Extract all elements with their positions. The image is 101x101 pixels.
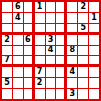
cell-r7c6[interactable] — [56, 67, 66, 77]
cell-r6c4[interactable] — [35, 56, 45, 66]
given-digit: 2 — [80, 3, 86, 11]
cell-r1c5[interactable] — [46, 2, 56, 12]
cell-r6c8[interactable] — [78, 56, 88, 66]
cell-r8c7[interactable] — [67, 78, 77, 88]
cell-r7c4[interactable]: 7 — [35, 67, 45, 77]
cell-r6c5[interactable] — [46, 56, 56, 66]
cell-r7c9[interactable] — [89, 67, 99, 77]
cell-r7c7[interactable]: 4 — [67, 67, 77, 77]
cell-r9c7[interactable]: 3 — [67, 89, 77, 99]
cell-r9c6[interactable] — [56, 89, 66, 99]
given-digit: 1 — [37, 3, 43, 11]
given-digit: 7 — [37, 68, 43, 76]
given-digit: 4 — [48, 46, 54, 54]
cell-r2c4[interactable] — [35, 13, 45, 23]
cell-r5c1[interactable] — [2, 46, 12, 56]
given-digit: 2 — [4, 36, 10, 44]
cell-r3c9[interactable] — [89, 24, 99, 34]
cell-r9c1[interactable] — [2, 89, 12, 99]
cell-r8c4[interactable]: 2 — [35, 78, 45, 88]
cell-r7c1[interactable] — [2, 67, 12, 77]
cell-r4c1[interactable]: 2 — [2, 35, 12, 45]
given-digit: 3 — [48, 36, 54, 44]
cell-r6c7[interactable] — [67, 56, 77, 66]
cell-r3c6[interactable] — [56, 24, 66, 34]
cell-r1c9[interactable] — [89, 2, 99, 12]
given-digit: 6 — [25, 36, 31, 44]
cell-r4c7[interactable] — [67, 35, 77, 45]
given-digit: 4 — [15, 14, 21, 22]
cell-r2c9[interactable]: 1 — [89, 13, 99, 23]
cell-r6c6[interactable] — [56, 56, 66, 66]
cell-r8c1[interactable]: 5 — [2, 78, 12, 88]
cell-r7c3[interactable] — [24, 67, 34, 77]
cell-r3c5[interactable] — [46, 24, 56, 34]
cell-r8c2[interactable] — [13, 78, 23, 88]
cell-r9c9[interactable] — [89, 89, 99, 99]
cell-r4c5[interactable]: 3 — [46, 35, 56, 45]
cell-r2c1[interactable] — [2, 13, 12, 23]
cell-r9c8[interactable] — [78, 89, 88, 99]
cell-r4c3[interactable]: 6 — [24, 35, 34, 45]
cell-r1c8[interactable]: 2 — [78, 2, 88, 12]
given-digit: 7 — [4, 56, 10, 64]
cell-r1c6[interactable] — [56, 2, 66, 12]
given-digit: 3 — [69, 90, 75, 98]
cell-r3c7[interactable] — [67, 24, 77, 34]
cell-r3c2[interactable] — [13, 24, 23, 34]
sudoku-board: 61241526348774523 — [0, 0, 101, 101]
cell-r6c3[interactable] — [24, 56, 34, 66]
cell-r9c5[interactable] — [46, 89, 56, 99]
cell-r8c6[interactable] — [56, 78, 66, 88]
cell-r3c3[interactable] — [24, 24, 34, 34]
cell-r2c3[interactable] — [24, 13, 34, 23]
cell-r8c9[interactable] — [89, 78, 99, 88]
cell-r7c2[interactable] — [13, 67, 23, 77]
cell-r2c6[interactable] — [56, 13, 66, 23]
cell-r9c2[interactable] — [13, 89, 23, 99]
cell-r8c5[interactable] — [46, 78, 56, 88]
cell-r5c2[interactable] — [13, 46, 23, 56]
cell-r3c8[interactable]: 5 — [78, 24, 88, 34]
cell-r5c6[interactable] — [56, 46, 66, 56]
cell-r5c9[interactable] — [89, 46, 99, 56]
given-digit: 2 — [37, 79, 43, 87]
cell-r1c2[interactable]: 6 — [13, 2, 23, 12]
cell-r7c5[interactable] — [46, 67, 56, 77]
cell-r9c4[interactable] — [35, 89, 45, 99]
cell-r6c1[interactable]: 7 — [2, 56, 12, 66]
cell-r5c8[interactable] — [78, 46, 88, 56]
cell-r8c3[interactable] — [24, 78, 34, 88]
cell-r4c6[interactable] — [56, 35, 66, 45]
cell-r4c9[interactable] — [89, 35, 99, 45]
cell-r1c4[interactable]: 1 — [35, 2, 45, 12]
cell-r5c3[interactable] — [24, 46, 34, 56]
cell-r7c8[interactable] — [78, 67, 88, 77]
given-digit: 1 — [91, 14, 97, 22]
cell-r2c5[interactable] — [46, 13, 56, 23]
cell-r5c4[interactable] — [35, 46, 45, 56]
cell-r8c8[interactable] — [78, 78, 88, 88]
cell-r6c9[interactable] — [89, 56, 99, 66]
given-digit: 6 — [15, 3, 21, 11]
cell-r1c7[interactable] — [67, 2, 77, 12]
given-digit: 5 — [4, 79, 10, 87]
cell-r1c1[interactable] — [2, 2, 12, 12]
given-digit: 8 — [69, 46, 75, 54]
cell-r4c2[interactable] — [13, 35, 23, 45]
cell-r2c7[interactable] — [67, 13, 77, 23]
cell-r4c4[interactable] — [35, 35, 45, 45]
cell-r2c8[interactable] — [78, 13, 88, 23]
cell-r1c3[interactable] — [24, 2, 34, 12]
cell-r5c5[interactable]: 4 — [46, 46, 56, 56]
cell-r6c2[interactable] — [13, 56, 23, 66]
cell-r5c7[interactable]: 8 — [67, 46, 77, 56]
given-digit: 4 — [69, 68, 75, 76]
cell-r9c3[interactable] — [24, 89, 34, 99]
given-digit: 5 — [80, 24, 86, 32]
cell-r4c8[interactable] — [78, 35, 88, 45]
cell-r3c1[interactable] — [2, 24, 12, 34]
cell-r2c2[interactable]: 4 — [13, 13, 23, 23]
cell-r3c4[interactable] — [35, 24, 45, 34]
